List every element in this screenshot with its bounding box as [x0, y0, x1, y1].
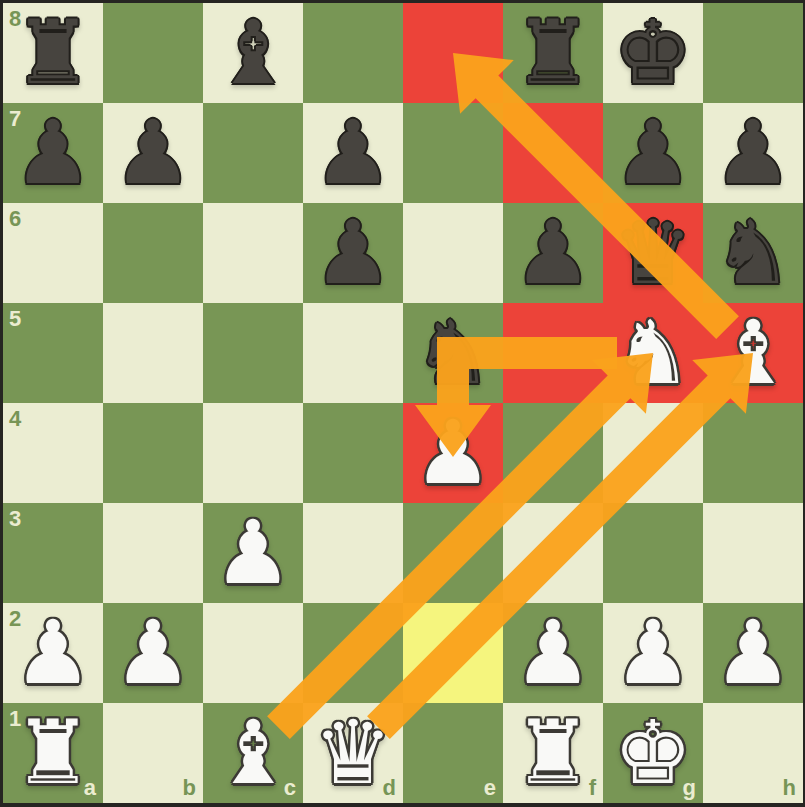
black-knight-h6[interactable]: ♞	[703, 203, 803, 303]
square-d2[interactable]	[303, 603, 403, 703]
black-rook-f8[interactable]: ♜	[503, 3, 603, 103]
black-knight-e5[interactable]: ♞	[403, 303, 503, 403]
white-rook-f1[interactable]: ♜	[503, 703, 603, 803]
white-pawn-c3[interactable]: ♟	[203, 503, 303, 603]
square-b2[interactable]: ♟	[103, 603, 203, 703]
rank-label-6: 6	[9, 208, 21, 230]
white-pawn-g2[interactable]: ♟	[603, 603, 703, 703]
square-e4[interactable]: ♟	[403, 403, 503, 503]
square-c2[interactable]	[203, 603, 303, 703]
square-h8[interactable]	[703, 3, 803, 103]
square-c5[interactable]	[203, 303, 303, 403]
square-b7[interactable]: ♟	[103, 103, 203, 203]
square-d8[interactable]	[303, 3, 403, 103]
square-c1[interactable]: c♝	[203, 703, 303, 803]
square-h3[interactable]	[703, 503, 803, 603]
square-c4[interactable]	[203, 403, 303, 503]
square-h5[interactable]: ♝	[703, 303, 803, 403]
square-f8[interactable]: ♜	[503, 3, 603, 103]
square-c7[interactable]	[203, 103, 303, 203]
file-label-b: b	[183, 777, 196, 799]
black-queen-g6[interactable]: ♛	[603, 203, 703, 303]
square-f4[interactable]	[503, 403, 603, 503]
square-f7[interactable]	[503, 103, 603, 203]
rank-label-3: 3	[9, 508, 21, 530]
square-a7[interactable]: 7♟	[3, 103, 103, 203]
white-pawn-a2[interactable]: ♟	[3, 603, 103, 703]
square-g8[interactable]: ♚	[603, 3, 703, 103]
white-queen-d1[interactable]: ♛	[303, 703, 403, 803]
square-g6[interactable]: ♛	[603, 203, 703, 303]
square-g1[interactable]: g♚	[603, 703, 703, 803]
white-knight-g5[interactable]: ♞	[603, 303, 703, 403]
white-pawn-f2[interactable]: ♟	[503, 603, 603, 703]
square-e7[interactable]	[403, 103, 503, 203]
square-a6[interactable]: 6	[3, 203, 103, 303]
white-king-g1[interactable]: ♚	[603, 703, 703, 803]
square-a1[interactable]: 1a♜	[3, 703, 103, 803]
square-e1[interactable]: e	[403, 703, 503, 803]
square-h6[interactable]: ♞	[703, 203, 803, 303]
chess-app-frame: 8♜♝♜♚7♟♟♟♟♟6♟♟♛♞5♞♞♝4♟3♟2♟♟♟♟♟1a♜bc♝d♛ef…	[0, 0, 805, 807]
rank-label-5: 5	[9, 308, 21, 330]
square-g3[interactable]	[603, 503, 703, 603]
chess-board: 8♜♝♜♚7♟♟♟♟♟6♟♟♛♞5♞♞♝4♟3♟2♟♟♟♟♟1a♜bc♝d♛ef…	[3, 3, 803, 803]
square-d6[interactable]: ♟	[303, 203, 403, 303]
square-b5[interactable]	[103, 303, 203, 403]
square-g7[interactable]: ♟	[603, 103, 703, 203]
square-a4[interactable]: 4	[3, 403, 103, 503]
black-pawn-h7[interactable]: ♟	[703, 103, 803, 203]
black-pawn-f6[interactable]: ♟	[503, 203, 603, 303]
square-c3[interactable]: ♟	[203, 503, 303, 603]
square-b8[interactable]	[103, 3, 203, 103]
file-label-e: e	[484, 777, 496, 799]
rank-label-4: 4	[9, 408, 21, 430]
square-h7[interactable]: ♟	[703, 103, 803, 203]
square-h1[interactable]: h	[703, 703, 803, 803]
square-b6[interactable]	[103, 203, 203, 303]
square-d7[interactable]: ♟	[303, 103, 403, 203]
square-b1[interactable]: b	[103, 703, 203, 803]
black-rook-a8[interactable]: ♜	[3, 3, 103, 103]
square-g5[interactable]: ♞	[603, 303, 703, 403]
white-pawn-e4[interactable]: ♟	[403, 403, 503, 503]
square-d4[interactable]	[303, 403, 403, 503]
white-rook-a1[interactable]: ♜	[3, 703, 103, 803]
black-pawn-g7[interactable]: ♟	[603, 103, 703, 203]
square-c6[interactable]	[203, 203, 303, 303]
square-h2[interactable]: ♟	[703, 603, 803, 703]
square-e5[interactable]: ♞	[403, 303, 503, 403]
square-b3[interactable]	[103, 503, 203, 603]
square-d3[interactable]	[303, 503, 403, 603]
black-pawn-d6[interactable]: ♟	[303, 203, 403, 303]
square-f3[interactable]	[503, 503, 603, 603]
square-f1[interactable]: f♜	[503, 703, 603, 803]
file-label-h: h	[783, 777, 796, 799]
square-f6[interactable]: ♟	[503, 203, 603, 303]
square-a3[interactable]: 3	[3, 503, 103, 603]
square-f5[interactable]	[503, 303, 603, 403]
square-c8[interactable]: ♝	[203, 3, 303, 103]
black-king-g8[interactable]: ♚	[603, 3, 703, 103]
square-d1[interactable]: d♛	[303, 703, 403, 803]
square-a5[interactable]: 5	[3, 303, 103, 403]
square-a2[interactable]: 2♟	[3, 603, 103, 703]
white-bishop-c1[interactable]: ♝	[203, 703, 303, 803]
white-pawn-h2[interactable]: ♟	[703, 603, 803, 703]
square-a8[interactable]: 8♜	[3, 3, 103, 103]
square-b4[interactable]	[103, 403, 203, 503]
square-g2[interactable]: ♟	[603, 603, 703, 703]
square-f2[interactable]: ♟	[503, 603, 603, 703]
square-e3[interactable]	[403, 503, 503, 603]
square-e2[interactable]	[403, 603, 503, 703]
black-pawn-d7[interactable]: ♟	[303, 103, 403, 203]
black-pawn-b7[interactable]: ♟	[103, 103, 203, 203]
square-g4[interactable]	[603, 403, 703, 503]
square-d5[interactable]	[303, 303, 403, 403]
white-pawn-b2[interactable]: ♟	[103, 603, 203, 703]
black-bishop-c8[interactable]: ♝	[203, 3, 303, 103]
white-bishop-h5[interactable]: ♝	[703, 303, 803, 403]
square-h4[interactable]	[703, 403, 803, 503]
black-pawn-a7[interactable]: ♟	[3, 103, 103, 203]
square-e6[interactable]	[403, 203, 503, 303]
square-e8[interactable]	[403, 3, 503, 103]
